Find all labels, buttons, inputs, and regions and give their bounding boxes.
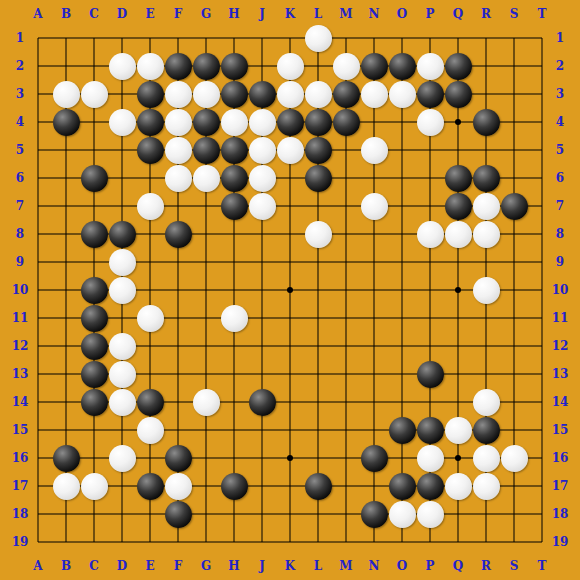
board-cell-C3[interactable]: ● — [80, 80, 108, 108]
board-cell-Q2[interactable]: ● — [444, 52, 472, 80]
board-cell-P16[interactable]: ● — [416, 444, 444, 472]
board-cell-F5[interactable]: ● — [164, 136, 192, 164]
board-cell-P14[interactable] — [416, 388, 444, 416]
board-cell-E12[interactable] — [136, 332, 164, 360]
board-cell-O11[interactable] — [388, 304, 416, 332]
board-cell-S15[interactable] — [500, 416, 528, 444]
board-cell-H7[interactable]: ● — [220, 192, 248, 220]
board-cell-D13[interactable]: ● — [108, 360, 136, 388]
board-cell-B17[interactable]: ● — [52, 472, 80, 500]
board-cell-B8[interactable] — [52, 220, 80, 248]
board-cell-K16[interactable] — [276, 444, 304, 472]
board-cell-K4[interactable]: ● — [276, 108, 304, 136]
board-cell-O13[interactable] — [388, 360, 416, 388]
board-cell-K13[interactable] — [276, 360, 304, 388]
board-cell-L7[interactable] — [304, 192, 332, 220]
board-cell-S6[interactable] — [500, 164, 528, 192]
board-cell-B5[interactable] — [52, 136, 80, 164]
board-cell-P8[interactable]: ● — [416, 220, 444, 248]
board-cell-N17[interactable] — [360, 472, 388, 500]
board-cell-G3[interactable]: ● — [192, 80, 220, 108]
board-cell-S17[interactable] — [500, 472, 528, 500]
board-cell-R4[interactable]: ● — [472, 108, 500, 136]
board-cell-M15[interactable] — [332, 416, 360, 444]
board-cell-L3[interactable]: ● — [304, 80, 332, 108]
board-cell-M18[interactable] — [332, 500, 360, 528]
board-cell-J12[interactable] — [248, 332, 276, 360]
board-cell-E11[interactable]: ● — [136, 304, 164, 332]
board-cell-Q9[interactable] — [444, 248, 472, 276]
board-cell-R18[interactable] — [472, 500, 500, 528]
board-cell-D9[interactable]: ● — [108, 248, 136, 276]
board-cell-B9[interactable] — [52, 248, 80, 276]
board-cell-K3[interactable]: ● — [276, 80, 304, 108]
board-cell-H17[interactable]: ● — [220, 472, 248, 500]
board-cell-B13[interactable] — [52, 360, 80, 388]
board-cell-Q6[interactable]: ● — [444, 164, 472, 192]
board-cell-F3[interactable]: ● — [164, 80, 192, 108]
board-cell-G16[interactable] — [192, 444, 220, 472]
board-cell-F6[interactable]: ● — [164, 164, 192, 192]
board-cell-M14[interactable] — [332, 388, 360, 416]
board-cell-O17[interactable]: ● — [388, 472, 416, 500]
board-cell-K10[interactable] — [276, 276, 304, 304]
board-cell-K8[interactable] — [276, 220, 304, 248]
board-cell-G2[interactable]: ● — [192, 52, 220, 80]
board-cell-F1[interactable] — [164, 24, 192, 52]
board-cell-C16[interactable] — [80, 444, 108, 472]
board-cell-O2[interactable]: ● — [388, 52, 416, 80]
board-cell-M12[interactable] — [332, 332, 360, 360]
board-cell-N8[interactable] — [360, 220, 388, 248]
board-cell-M4[interactable]: ● — [332, 108, 360, 136]
board-cell-K7[interactable] — [276, 192, 304, 220]
board-cell-L12[interactable] — [304, 332, 332, 360]
board-cell-M7[interactable] — [332, 192, 360, 220]
board-cell-J17[interactable] — [248, 472, 276, 500]
board-cell-E3[interactable]: ● — [136, 80, 164, 108]
board-cell-J6[interactable]: ● — [248, 164, 276, 192]
board-cell-F16[interactable]: ● — [164, 444, 192, 472]
board-cell-K17[interactable] — [276, 472, 304, 500]
board-cell-C18[interactable] — [80, 500, 108, 528]
board-cell-N10[interactable] — [360, 276, 388, 304]
board-cell-O5[interactable] — [388, 136, 416, 164]
board-cell-Q5[interactable] — [444, 136, 472, 164]
board-cell-H13[interactable] — [220, 360, 248, 388]
board-cell-P4[interactable]: ● — [416, 108, 444, 136]
board-cell-Q12[interactable] — [444, 332, 472, 360]
board-cell-J14[interactable]: ● — [248, 388, 276, 416]
board-cell-C12[interactable]: ● — [80, 332, 108, 360]
board-cell-K14[interactable] — [276, 388, 304, 416]
board-cell-D3[interactable] — [108, 80, 136, 108]
board-cell-G10[interactable] — [192, 276, 220, 304]
board-cell-O8[interactable] — [388, 220, 416, 248]
board-cell-G17[interactable] — [192, 472, 220, 500]
board-cell-Q14[interactable] — [444, 388, 472, 416]
board-cell-B4[interactable]: ● — [52, 108, 80, 136]
board-cell-L4[interactable]: ● — [304, 108, 332, 136]
board-cell-R15[interactable]: ● — [472, 416, 500, 444]
board-cell-G1[interactable] — [192, 24, 220, 52]
board-cell-R7[interactable]: ● — [472, 192, 500, 220]
board-cell-O9[interactable] — [388, 248, 416, 276]
board-cell-P3[interactable]: ● — [416, 80, 444, 108]
board-cell-G18[interactable] — [192, 500, 220, 528]
board-cell-M11[interactable] — [332, 304, 360, 332]
board-cell-B16[interactable]: ● — [52, 444, 80, 472]
board-cell-H2[interactable]: ● — [220, 52, 248, 80]
board-cell-E8[interactable] — [136, 220, 164, 248]
board-cell-M2[interactable]: ● — [332, 52, 360, 80]
board-cell-K11[interactable] — [276, 304, 304, 332]
board-cell-E17[interactable]: ● — [136, 472, 164, 500]
board-cell-D5[interactable] — [108, 136, 136, 164]
board-cell-R1[interactable] — [472, 24, 500, 52]
board-cell-C5[interactable] — [80, 136, 108, 164]
board-cell-F8[interactable]: ● — [164, 220, 192, 248]
board-cell-M17[interactable] — [332, 472, 360, 500]
board-cell-O6[interactable] — [388, 164, 416, 192]
board-cell-J10[interactable] — [248, 276, 276, 304]
board-cell-N1[interactable] — [360, 24, 388, 52]
board-cell-P1[interactable] — [416, 24, 444, 52]
board-cell-D2[interactable]: ● — [108, 52, 136, 80]
board-cell-L14[interactable] — [304, 388, 332, 416]
board-cell-J4[interactable]: ● — [248, 108, 276, 136]
board-cell-C1[interactable] — [80, 24, 108, 52]
board-cell-P18[interactable]: ● — [416, 500, 444, 528]
board-cell-S12[interactable] — [500, 332, 528, 360]
board-cell-C15[interactable] — [80, 416, 108, 444]
board-cell-S11[interactable] — [500, 304, 528, 332]
board-cell-B18[interactable] — [52, 500, 80, 528]
board-cell-C10[interactable]: ● — [80, 276, 108, 304]
board-cell-M13[interactable] — [332, 360, 360, 388]
board-cell-C4[interactable] — [80, 108, 108, 136]
board-cell-D12[interactable]: ● — [108, 332, 136, 360]
board-cell-R6[interactable]: ● — [472, 164, 500, 192]
board-cell-M5[interactable] — [332, 136, 360, 164]
board-cell-B15[interactable] — [52, 416, 80, 444]
board-cell-G11[interactable] — [192, 304, 220, 332]
board-cell-C7[interactable] — [80, 192, 108, 220]
board-cell-L10[interactable] — [304, 276, 332, 304]
board-cell-S4[interactable] — [500, 108, 528, 136]
board-cell-O14[interactable] — [388, 388, 416, 416]
board-cell-S14[interactable] — [500, 388, 528, 416]
board-cell-R9[interactable] — [472, 248, 500, 276]
board-cell-K12[interactable] — [276, 332, 304, 360]
board-cell-K5[interactable]: ● — [276, 136, 304, 164]
board-cell-J16[interactable] — [248, 444, 276, 472]
board-cell-S16[interactable]: ● — [500, 444, 528, 472]
board-cell-R10[interactable]: ● — [472, 276, 500, 304]
board-cell-F13[interactable] — [164, 360, 192, 388]
board-cell-K15[interactable] — [276, 416, 304, 444]
board-cell-L17[interactable]: ● — [304, 472, 332, 500]
board-cell-D15[interactable] — [108, 416, 136, 444]
board-cell-R5[interactable] — [472, 136, 500, 164]
board-cell-E1[interactable] — [136, 24, 164, 52]
board-cell-G14[interactable]: ● — [192, 388, 220, 416]
board-cell-P10[interactable] — [416, 276, 444, 304]
board-cell-E14[interactable]: ● — [136, 388, 164, 416]
board-cell-Q3[interactable]: ● — [444, 80, 472, 108]
board-cell-R13[interactable] — [472, 360, 500, 388]
board-cell-D17[interactable] — [108, 472, 136, 500]
board-cell-L18[interactable] — [304, 500, 332, 528]
board-cell-Q7[interactable]: ● — [444, 192, 472, 220]
board-cell-D18[interactable] — [108, 500, 136, 528]
board-cell-D14[interactable]: ● — [108, 388, 136, 416]
board-cell-S10[interactable] — [500, 276, 528, 304]
board-cell-E10[interactable] — [136, 276, 164, 304]
board-cell-S8[interactable] — [500, 220, 528, 248]
board-cell-D10[interactable]: ● — [108, 276, 136, 304]
board-cell-L13[interactable] — [304, 360, 332, 388]
board-cell-L11[interactable] — [304, 304, 332, 332]
board-cell-F12[interactable] — [164, 332, 192, 360]
board-cell-R8[interactable]: ● — [472, 220, 500, 248]
board-cell-C8[interactable]: ● — [80, 220, 108, 248]
board-cell-L5[interactable]: ● — [304, 136, 332, 164]
board-cell-B10[interactable] — [52, 276, 80, 304]
board-cell-N15[interactable] — [360, 416, 388, 444]
board-cell-P11[interactable] — [416, 304, 444, 332]
board-cell-B12[interactable] — [52, 332, 80, 360]
board-cell-K9[interactable] — [276, 248, 304, 276]
board-cell-O12[interactable] — [388, 332, 416, 360]
board-cell-N3[interactable]: ● — [360, 80, 388, 108]
board-cell-N16[interactable]: ● — [360, 444, 388, 472]
board-cell-F18[interactable]: ● — [164, 500, 192, 528]
board-cell-D6[interactable] — [108, 164, 136, 192]
board-cell-E4[interactable]: ● — [136, 108, 164, 136]
board-cell-B1[interactable] — [52, 24, 80, 52]
board-cell-B7[interactable] — [52, 192, 80, 220]
board-cell-S2[interactable] — [500, 52, 528, 80]
board-cell-N6[interactable] — [360, 164, 388, 192]
board-cell-F15[interactable] — [164, 416, 192, 444]
board-cell-S3[interactable] — [500, 80, 528, 108]
board-cell-S7[interactable]: ● — [500, 192, 528, 220]
board-cell-S18[interactable] — [500, 500, 528, 528]
board-cell-P6[interactable] — [416, 164, 444, 192]
board-cell-O18[interactable]: ● — [388, 500, 416, 528]
board-cell-C6[interactable]: ● — [80, 164, 108, 192]
board-cell-B2[interactable] — [52, 52, 80, 80]
board-cell-F11[interactable] — [164, 304, 192, 332]
board-cell-O3[interactable]: ● — [388, 80, 416, 108]
board-cell-H16[interactable] — [220, 444, 248, 472]
board-cell-N18[interactable]: ● — [360, 500, 388, 528]
board-cell-J15[interactable] — [248, 416, 276, 444]
board-cell-H4[interactable]: ● — [220, 108, 248, 136]
board-cell-G5[interactable]: ● — [192, 136, 220, 164]
board-cell-D7[interactable] — [108, 192, 136, 220]
board-cell-S9[interactable] — [500, 248, 528, 276]
board-cell-Q15[interactable]: ● — [444, 416, 472, 444]
board-cell-G6[interactable]: ● — [192, 164, 220, 192]
board-cell-C9[interactable] — [80, 248, 108, 276]
board-cell-Q16[interactable] — [444, 444, 472, 472]
board-cell-F2[interactable]: ● — [164, 52, 192, 80]
board-cell-G4[interactable]: ● — [192, 108, 220, 136]
board-cell-H18[interactable] — [220, 500, 248, 528]
board-cell-Q10[interactable] — [444, 276, 472, 304]
board-cell-P2[interactable]: ● — [416, 52, 444, 80]
board-cell-N13[interactable] — [360, 360, 388, 388]
board-cell-H5[interactable]: ● — [220, 136, 248, 164]
board-cell-C14[interactable]: ● — [80, 388, 108, 416]
board-cell-E6[interactable] — [136, 164, 164, 192]
board-cell-M3[interactable]: ● — [332, 80, 360, 108]
board-cell-O7[interactable] — [388, 192, 416, 220]
board-cell-B6[interactable] — [52, 164, 80, 192]
board-cell-G12[interactable] — [192, 332, 220, 360]
board-cell-F7[interactable] — [164, 192, 192, 220]
board-cell-N5[interactable]: ● — [360, 136, 388, 164]
board-cell-H15[interactable] — [220, 416, 248, 444]
board-cell-Q1[interactable] — [444, 24, 472, 52]
board-cell-L6[interactable]: ● — [304, 164, 332, 192]
board-cell-R16[interactable]: ● — [472, 444, 500, 472]
board-cell-F4[interactable]: ● — [164, 108, 192, 136]
board-cell-M6[interactable] — [332, 164, 360, 192]
board-cell-F9[interactable] — [164, 248, 192, 276]
board-cell-E5[interactable]: ● — [136, 136, 164, 164]
board-cell-E16[interactable] — [136, 444, 164, 472]
board-cell-J9[interactable] — [248, 248, 276, 276]
board-cell-E9[interactable] — [136, 248, 164, 276]
board-cell-J11[interactable] — [248, 304, 276, 332]
board-cell-C17[interactable]: ● — [80, 472, 108, 500]
board-cell-L2[interactable] — [304, 52, 332, 80]
board-cell-R17[interactable]: ● — [472, 472, 500, 500]
board-cell-E18[interactable] — [136, 500, 164, 528]
board-cell-P17[interactable]: ● — [416, 472, 444, 500]
board-cell-G13[interactable] — [192, 360, 220, 388]
board-cell-O1[interactable] — [388, 24, 416, 52]
board-cell-P5[interactable] — [416, 136, 444, 164]
board-cell-N2[interactable]: ● — [360, 52, 388, 80]
board-cell-S13[interactable] — [500, 360, 528, 388]
board-cell-N4[interactable] — [360, 108, 388, 136]
board-cell-J1[interactable] — [248, 24, 276, 52]
board-cell-J18[interactable] — [248, 500, 276, 528]
board-cell-Q11[interactable] — [444, 304, 472, 332]
board-cell-H1[interactable] — [220, 24, 248, 52]
board-cell-R14[interactable]: ● — [472, 388, 500, 416]
board-cell-L9[interactable] — [304, 248, 332, 276]
board-cell-P7[interactable] — [416, 192, 444, 220]
board-cell-D11[interactable] — [108, 304, 136, 332]
board-cell-E2[interactable]: ● — [136, 52, 164, 80]
board-cell-P13[interactable]: ● — [416, 360, 444, 388]
board-cell-S5[interactable] — [500, 136, 528, 164]
board-cell-B14[interactable] — [52, 388, 80, 416]
board-cell-H11[interactable]: ● — [220, 304, 248, 332]
board-cell-E7[interactable]: ● — [136, 192, 164, 220]
board-cell-M16[interactable] — [332, 444, 360, 472]
board-cell-H3[interactable]: ● — [220, 80, 248, 108]
board-cell-O16[interactable] — [388, 444, 416, 472]
board-cell-F17[interactable]: ● — [164, 472, 192, 500]
board-cell-H12[interactable] — [220, 332, 248, 360]
board-cell-N12[interactable] — [360, 332, 388, 360]
board-cell-H6[interactable]: ● — [220, 164, 248, 192]
board-cell-Q17[interactable]: ● — [444, 472, 472, 500]
board-cell-M9[interactable] — [332, 248, 360, 276]
board-cell-H9[interactable] — [220, 248, 248, 276]
board-cell-K2[interactable]: ● — [276, 52, 304, 80]
board-cell-G9[interactable] — [192, 248, 220, 276]
board-cell-D1[interactable] — [108, 24, 136, 52]
board-cell-P9[interactable] — [416, 248, 444, 276]
board-cell-J5[interactable]: ● — [248, 136, 276, 164]
board-cell-C11[interactable]: ● — [80, 304, 108, 332]
board-cell-J8[interactable] — [248, 220, 276, 248]
board-cell-M8[interactable] — [332, 220, 360, 248]
board-cell-N9[interactable] — [360, 248, 388, 276]
board-cell-Q13[interactable] — [444, 360, 472, 388]
board-cell-C13[interactable]: ● — [80, 360, 108, 388]
board-cell-H14[interactable] — [220, 388, 248, 416]
board-cell-R2[interactable] — [472, 52, 500, 80]
board-cell-H8[interactable] — [220, 220, 248, 248]
board-cell-O10[interactable] — [388, 276, 416, 304]
board-cell-S1[interactable] — [500, 24, 528, 52]
board-cell-K18[interactable] — [276, 500, 304, 528]
board-cell-L15[interactable] — [304, 416, 332, 444]
board-cell-D4[interactable]: ● — [108, 108, 136, 136]
board-cell-N14[interactable] — [360, 388, 388, 416]
board-cell-M1[interactable] — [332, 24, 360, 52]
board-cell-R11[interactable] — [472, 304, 500, 332]
board-cell-J2[interactable] — [248, 52, 276, 80]
board-cell-D16[interactable]: ● — [108, 444, 136, 472]
board-cell-Q4[interactable] — [444, 108, 472, 136]
board-cell-R12[interactable] — [472, 332, 500, 360]
board-cell-O4[interactable] — [388, 108, 416, 136]
board-cell-F10[interactable] — [164, 276, 192, 304]
board-cell-E13[interactable] — [136, 360, 164, 388]
board-cell-C2[interactable] — [80, 52, 108, 80]
board-cell-J3[interactable]: ● — [248, 80, 276, 108]
board-cell-N7[interactable]: ● — [360, 192, 388, 220]
board-cell-G15[interactable] — [192, 416, 220, 444]
board-cell-L8[interactable]: ● — [304, 220, 332, 248]
board-cell-R3[interactable] — [472, 80, 500, 108]
board-cell-L1[interactable]: ● — [304, 24, 332, 52]
board-cell-M10[interactable] — [332, 276, 360, 304]
board-cell-P15[interactable]: ● — [416, 416, 444, 444]
board-cell-O15[interactable]: ● — [388, 416, 416, 444]
board-cell-N11[interactable] — [360, 304, 388, 332]
board-cell-P12[interactable] — [416, 332, 444, 360]
board-cell-H10[interactable] — [220, 276, 248, 304]
board-cell-J13[interactable] — [248, 360, 276, 388]
board-cell-J7[interactable]: ● — [248, 192, 276, 220]
board-cell-F14[interactable] — [164, 388, 192, 416]
board-cell-K6[interactable] — [276, 164, 304, 192]
board-cell-G7[interactable] — [192, 192, 220, 220]
board-cell-D8[interactable]: ● — [108, 220, 136, 248]
board-cell-Q18[interactable] — [444, 500, 472, 528]
board-cell-Q8[interactable]: ● — [444, 220, 472, 248]
